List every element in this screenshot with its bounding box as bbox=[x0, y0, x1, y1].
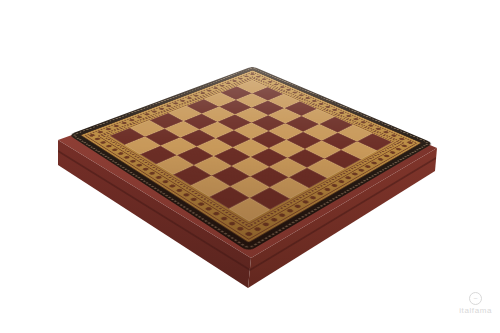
chess-board bbox=[69, 66, 434, 252]
watermark: ~ italfama bbox=[459, 292, 492, 315]
product-photo-stage: ~ italfama bbox=[0, 0, 500, 333]
watermark-text: italfama bbox=[459, 306, 492, 315]
italfama-logo-icon: ~ bbox=[469, 292, 482, 305]
